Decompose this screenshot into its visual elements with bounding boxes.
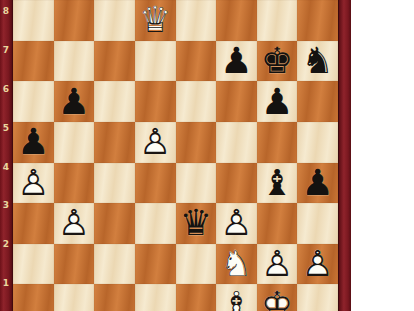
square-h3[interactable] <box>297 203 338 244</box>
rank-label-8: 8 <box>0 0 12 39</box>
square-e3[interactable]: ♛ <box>176 203 217 244</box>
black-pawn-fill: ♟ <box>302 165 334 201</box>
board-right-border <box>338 0 351 311</box>
square-c6[interactable] <box>94 81 135 122</box>
square-b8[interactable] <box>54 0 95 41</box>
square-d3[interactable] <box>135 203 176 244</box>
square-b2[interactable] <box>54 244 95 285</box>
square-b1[interactable] <box>54 284 95 311</box>
white-king-outline: ♔ <box>261 287 293 311</box>
square-g3[interactable] <box>257 203 298 244</box>
white-pawn-fill: ♟ <box>261 246 293 282</box>
white-queen-outline: ♕ <box>139 2 171 38</box>
rank-label-4: 4 <box>0 156 12 195</box>
white-bishop-piece: ♝♗ <box>216 284 257 311</box>
square-h6[interactable] <box>297 81 338 122</box>
square-a7[interactable] <box>13 41 54 82</box>
square-f5[interactable] <box>216 122 257 163</box>
square-a2[interactable] <box>13 244 54 285</box>
black-queen-fill: ♛ <box>180 205 212 241</box>
square-d7[interactable] <box>135 41 176 82</box>
white-knight-fill: ♞ <box>220 246 252 282</box>
white-pawn-fill: ♟ <box>17 165 49 201</box>
square-a1[interactable] <box>13 284 54 311</box>
black-pawn-piece: ♟ <box>13 122 54 163</box>
square-b6[interactable]: ♟ <box>54 81 95 122</box>
square-f7[interactable]: ♟ <box>216 41 257 82</box>
square-d2[interactable] <box>135 244 176 285</box>
white-pawn-outline: ♙ <box>220 205 252 241</box>
white-bishop-fill: ♝ <box>220 287 252 311</box>
square-c4[interactable] <box>94 163 135 204</box>
square-c7[interactable] <box>94 41 135 82</box>
square-c3[interactable] <box>94 203 135 244</box>
square-d1[interactable] <box>135 284 176 311</box>
white-pawn-piece: ♟♙ <box>135 122 176 163</box>
black-bishop-piece: ♝ <box>257 163 298 204</box>
square-g4[interactable]: ♝ <box>257 163 298 204</box>
white-queen-piece: ♛♕ <box>135 0 176 41</box>
black-pawn-fill: ♟ <box>220 43 252 79</box>
square-e5[interactable] <box>176 122 217 163</box>
square-f3[interactable]: ♟♙ <box>216 203 257 244</box>
white-pawn-fill: ♟ <box>139 124 171 160</box>
rank-label-1: 1 <box>0 272 12 311</box>
square-c1[interactable] <box>94 284 135 311</box>
square-g7[interactable]: ♚ <box>257 41 298 82</box>
white-pawn-outline: ♙ <box>302 246 334 282</box>
square-c5[interactable] <box>94 122 135 163</box>
square-f2[interactable]: ♞♘ <box>216 244 257 285</box>
square-d8[interactable]: ♛♕ <box>135 0 176 41</box>
square-h5[interactable] <box>297 122 338 163</box>
black-bishop-fill: ♝ <box>261 165 293 201</box>
white-pawn-piece: ♟♙ <box>257 244 298 285</box>
white-pawn-outline: ♙ <box>58 205 90 241</box>
square-f1[interactable]: ♝♗ <box>216 284 257 311</box>
white-pawn-outline: ♙ <box>17 165 49 201</box>
white-queen-fill: ♛ <box>139 2 171 38</box>
square-d6[interactable] <box>135 81 176 122</box>
square-h4[interactable]: ♟ <box>297 163 338 204</box>
white-pawn-fill: ♟ <box>58 205 90 241</box>
white-pawn-piece: ♟♙ <box>13 163 54 204</box>
black-queen-piece: ♛ <box>176 203 217 244</box>
chess-board: ♛♕♟♚♞♟♟♟♟♙♟♙♝♟♟♙♛♟♙♞♘♟♙♟♙♝♗♚♔ <box>13 0 338 311</box>
white-pawn-outline: ♙ <box>261 246 293 282</box>
white-pawn-fill: ♟ <box>220 205 252 241</box>
white-knight-outline: ♘ <box>220 246 252 282</box>
white-pawn-outline: ♙ <box>139 124 171 160</box>
rank-label-2: 2 <box>0 233 12 272</box>
square-g8[interactable] <box>257 0 298 41</box>
white-king-fill: ♚ <box>261 287 293 311</box>
square-b5[interactable] <box>54 122 95 163</box>
square-a6[interactable] <box>13 81 54 122</box>
square-f4[interactable] <box>216 163 257 204</box>
square-a3[interactable] <box>13 203 54 244</box>
square-g1[interactable]: ♚♔ <box>257 284 298 311</box>
square-e6[interactable] <box>176 81 217 122</box>
square-a8[interactable] <box>13 0 54 41</box>
square-f6[interactable] <box>216 81 257 122</box>
rank-label-5: 5 <box>0 117 12 156</box>
white-king-piece: ♚♔ <box>257 284 298 311</box>
square-e1[interactable] <box>176 284 217 311</box>
square-a5[interactable]: ♟ <box>13 122 54 163</box>
square-g5[interactable] <box>257 122 298 163</box>
square-h1[interactable] <box>297 284 338 311</box>
black-pawn-piece: ♟ <box>297 163 338 204</box>
black-pawn-fill: ♟ <box>17 124 49 160</box>
square-e4[interactable] <box>176 163 217 204</box>
black-king-piece: ♚ <box>257 41 298 82</box>
square-g6[interactable]: ♟ <box>257 81 298 122</box>
square-d4[interactable] <box>135 163 176 204</box>
white-bishop-outline: ♗ <box>220 287 252 311</box>
square-g2[interactable]: ♟♙ <box>257 244 298 285</box>
square-b7[interactable] <box>54 41 95 82</box>
rank-labels-strip: 87654321 <box>0 0 13 311</box>
black-pawn-fill: ♟ <box>58 84 90 120</box>
black-pawn-piece: ♟ <box>257 81 298 122</box>
square-h2[interactable]: ♟♙ <box>297 244 338 285</box>
square-h7[interactable]: ♞ <box>297 41 338 82</box>
white-pawn-fill: ♟ <box>302 246 334 282</box>
square-b3[interactable]: ♟♙ <box>54 203 95 244</box>
rank-label-6: 6 <box>0 78 12 117</box>
square-h8[interactable] <box>297 0 338 41</box>
square-b4[interactable] <box>54 163 95 204</box>
square-c2[interactable] <box>94 244 135 285</box>
rank-label-7: 7 <box>0 39 12 78</box>
black-pawn-piece: ♟ <box>54 81 95 122</box>
square-a4[interactable]: ♟♙ <box>13 163 54 204</box>
black-knight-piece: ♞ <box>297 41 338 82</box>
black-king-fill: ♚ <box>261 43 293 79</box>
chess-board-frame: 87654321 ♛♕♟♚♞♟♟♟♟♙♟♙♝♟♟♙♛♟♙♞♘♟♙♟♙♝♗♚♔ <box>0 0 351 311</box>
square-d5[interactable]: ♟♙ <box>135 122 176 163</box>
square-f8[interactable] <box>216 0 257 41</box>
rank-label-3: 3 <box>0 194 12 233</box>
white-pawn-piece: ♟♙ <box>297 244 338 285</box>
black-knight-fill: ♞ <box>302 43 334 79</box>
square-e7[interactable] <box>176 41 217 82</box>
black-pawn-piece: ♟ <box>216 41 257 82</box>
square-c8[interactable] <box>94 0 135 41</box>
black-pawn-fill: ♟ <box>261 84 293 120</box>
square-e8[interactable] <box>176 0 217 41</box>
white-pawn-piece: ♟♙ <box>216 203 257 244</box>
white-pawn-piece: ♟♙ <box>54 203 95 244</box>
white-knight-piece: ♞♘ <box>216 244 257 285</box>
square-e2[interactable] <box>176 244 217 285</box>
page-background: 87654321 ♛♕♟♚♞♟♟♟♟♙♟♙♝♟♟♙♛♟♙♞♘♟♙♟♙♝♗♚♔ <box>0 0 414 311</box>
